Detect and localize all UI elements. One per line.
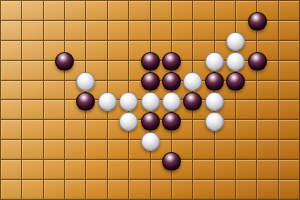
white-stone [141, 92, 160, 111]
white-stone [183, 72, 202, 91]
black-stone [76, 92, 95, 111]
board-tile [86, 140, 107, 160]
board-tile [22, 120, 43, 140]
white-stone [205, 52, 224, 71]
board-tile [22, 61, 43, 81]
board-tile [279, 160, 300, 180]
black-stone [141, 52, 160, 71]
board-tile [193, 160, 214, 180]
board-tile [108, 1, 129, 21]
board-tile [108, 180, 129, 200]
board-tile [44, 140, 65, 160]
board-tile [86, 180, 107, 200]
board-tile [44, 160, 65, 180]
board-tile [65, 140, 86, 160]
white-stone [205, 112, 224, 131]
board-tile [215, 160, 236, 180]
board-tile [1, 180, 22, 200]
board-tile [129, 160, 150, 180]
board-tile [65, 160, 86, 180]
board-tile [44, 100, 65, 120]
board-tile [22, 180, 43, 200]
board-tile [236, 100, 257, 120]
board-tile [129, 1, 150, 21]
board-tile [22, 41, 43, 61]
board-tile [1, 160, 22, 180]
board-tile [279, 61, 300, 81]
board-tile [257, 100, 278, 120]
board-tile [279, 120, 300, 140]
board-tile [65, 1, 86, 21]
black-stone [248, 12, 267, 31]
board-tile [129, 180, 150, 200]
board-tile [1, 120, 22, 140]
board-tile [86, 1, 107, 21]
board-tile [172, 180, 193, 200]
board-tile [236, 180, 257, 200]
white-stone [98, 92, 117, 111]
black-stone [141, 72, 160, 91]
board-tile [86, 160, 107, 180]
board-tile [215, 140, 236, 160]
board-tile [257, 120, 278, 140]
white-stone [226, 32, 245, 51]
black-stone [162, 152, 181, 171]
gomoku-game-screen [0, 0, 300, 200]
board-tile [236, 140, 257, 160]
board-tile [44, 120, 65, 140]
board-tile [65, 120, 86, 140]
white-stone [162, 92, 181, 111]
board-tile [172, 1, 193, 21]
white-stone [119, 112, 138, 131]
board-tile [279, 1, 300, 21]
board-tile [257, 160, 278, 180]
board-tile [22, 81, 43, 101]
white-stone [205, 92, 224, 111]
board-tile [65, 21, 86, 41]
board-tile [44, 81, 65, 101]
black-stone [183, 92, 202, 111]
board-tile [65, 180, 86, 200]
board-tile [44, 1, 65, 21]
board-tile [86, 41, 107, 61]
black-stone [226, 72, 245, 91]
board-tile [1, 100, 22, 120]
board-tile [257, 180, 278, 200]
black-stone [55, 52, 74, 71]
board-tile [86, 120, 107, 140]
board-tile [257, 140, 278, 160]
board-tile [22, 100, 43, 120]
white-stone [119, 92, 138, 111]
board-tile [193, 140, 214, 160]
board-tile [279, 41, 300, 61]
board-tile [279, 100, 300, 120]
board-tile [22, 1, 43, 21]
board-tile [108, 61, 129, 81]
board-tile [279, 180, 300, 200]
board-tile [108, 160, 129, 180]
board-tile [44, 21, 65, 41]
white-stone [141, 132, 160, 151]
board-tile [86, 21, 107, 41]
board-tile [22, 21, 43, 41]
board-tile [215, 1, 236, 21]
board-tile [193, 21, 214, 41]
board-tile [279, 81, 300, 101]
board-tile [172, 21, 193, 41]
black-stone [205, 72, 224, 91]
board-tile [279, 140, 300, 160]
board-tile [236, 160, 257, 180]
board-tile [1, 61, 22, 81]
board-tile [1, 41, 22, 61]
board-tile [151, 180, 172, 200]
white-stone [226, 52, 245, 71]
white-stone [76, 72, 95, 91]
board-tile [279, 21, 300, 41]
board-tile [1, 21, 22, 41]
board-tile [1, 140, 22, 160]
game-board[interactable] [0, 0, 300, 200]
board-tile [44, 180, 65, 200]
board-tile [108, 41, 129, 61]
board-tile [257, 81, 278, 101]
black-stone [248, 52, 267, 71]
board-tile [193, 1, 214, 21]
board-tile [22, 160, 43, 180]
board-tile [108, 21, 129, 41]
black-stone [162, 72, 181, 91]
board-tile [151, 21, 172, 41]
board-tile [193, 180, 214, 200]
board-tile [22, 140, 43, 160]
board-tile [1, 1, 22, 21]
board-tile [236, 120, 257, 140]
black-stone [162, 52, 181, 71]
board-tile [151, 1, 172, 21]
board-tile [215, 180, 236, 200]
board-tile [108, 140, 129, 160]
black-stone [141, 112, 160, 131]
board-tile [129, 21, 150, 41]
black-stone [162, 112, 181, 131]
board-tile [1, 81, 22, 101]
